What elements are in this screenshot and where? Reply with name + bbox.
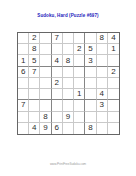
- cell-r1c7[interactable]: [85, 33, 96, 44]
- cell-r7c2[interactable]: [29, 100, 40, 111]
- cell-r7c3[interactable]: [40, 100, 51, 111]
- cell-r3c9[interactable]: [108, 55, 119, 66]
- cell-r6c4[interactable]: [52, 89, 63, 100]
- given-digit: 8: [32, 45, 36, 53]
- cell-r9c3: 9: [40, 123, 51, 134]
- cell-r4c4[interactable]: [52, 67, 63, 78]
- given-digit: 1: [21, 57, 25, 65]
- given-digit: 2: [77, 45, 81, 53]
- given-digit: 3: [99, 101, 103, 109]
- cell-r1c9: 4: [108, 33, 119, 44]
- cell-r6c3[interactable]: [40, 89, 51, 100]
- cell-r2c6: 2: [74, 44, 85, 55]
- cell-r2c8[interactable]: [97, 44, 108, 55]
- given-digit: 6: [21, 68, 25, 76]
- cell-r1c4: 7: [52, 33, 63, 44]
- cell-r1c8: 8: [97, 33, 108, 44]
- cell-r2c7: 5: [85, 44, 96, 55]
- cell-r4c6[interactable]: [74, 67, 85, 78]
- given-digit: 8: [66, 57, 70, 65]
- given-digit: 5: [88, 45, 92, 53]
- cell-r5c6[interactable]: [74, 78, 85, 89]
- footer-url: www.PrintFreeSudoku.com: [0, 162, 136, 166]
- cell-r8c1[interactable]: [18, 112, 29, 123]
- cell-r2c5[interactable]: [63, 44, 74, 55]
- cell-r8c2[interactable]: [29, 112, 40, 123]
- cell-r9c5[interactable]: [63, 123, 74, 134]
- given-digit: 2: [111, 68, 115, 76]
- cell-r5c5[interactable]: [63, 78, 74, 89]
- sudoku-board: 278482511548367221473894968: [17, 32, 120, 135]
- cell-r1c3[interactable]: [40, 33, 51, 44]
- page-title: Sudoku, Hard (Puzzle #697): [0, 13, 136, 18]
- given-digit: 3: [88, 57, 92, 65]
- cell-r7c9[interactable]: [108, 100, 119, 111]
- cell-r9c9[interactable]: [108, 123, 119, 134]
- cell-r8c4[interactable]: [52, 112, 63, 123]
- cell-r4c1: 6: [18, 67, 29, 78]
- cell-r3c6[interactable]: [74, 55, 85, 66]
- given-digit: 4: [32, 124, 36, 132]
- cell-r3c4: 4: [52, 55, 63, 66]
- cell-r5c2[interactable]: [29, 78, 40, 89]
- cell-r8c7[interactable]: [85, 112, 96, 123]
- cell-r7c8: 3: [97, 100, 108, 111]
- cell-r9c6[interactable]: [74, 123, 85, 134]
- cell-r3c3[interactable]: [40, 55, 51, 66]
- cell-r6c5[interactable]: [63, 89, 74, 100]
- cell-r2c9: 1: [108, 44, 119, 55]
- cell-r8c3: 8: [40, 112, 51, 123]
- cell-r9c4: 6: [52, 123, 63, 134]
- cell-r1c2: 2: [29, 33, 40, 44]
- cell-r3c2: 5: [29, 55, 40, 66]
- cell-r6c2[interactable]: [29, 89, 40, 100]
- cell-r5c9[interactable]: [108, 78, 119, 89]
- cell-r8c8[interactable]: [97, 112, 108, 123]
- given-digit: 4: [111, 34, 115, 42]
- cell-r3c5: 8: [63, 55, 74, 66]
- cell-r7c4[interactable]: [52, 100, 63, 111]
- cell-r1c1[interactable]: [18, 33, 29, 44]
- cell-r6c9[interactable]: [108, 89, 119, 100]
- cell-r3c8[interactable]: [97, 55, 108, 66]
- cell-r2c1[interactable]: [18, 44, 29, 55]
- given-digit: 1: [77, 90, 81, 98]
- cell-r4c3[interactable]: [40, 67, 51, 78]
- cell-r4c5[interactable]: [63, 67, 74, 78]
- cell-r5c7[interactable]: [85, 78, 96, 89]
- given-digit: 5: [32, 57, 36, 65]
- cell-r8c6[interactable]: [74, 112, 85, 123]
- cell-r7c5[interactable]: [63, 100, 74, 111]
- cell-r4c8[interactable]: [97, 67, 108, 78]
- given-digit: 4: [55, 57, 59, 65]
- cell-r1c6[interactable]: [74, 33, 85, 44]
- cell-r8c5: 9: [63, 112, 74, 123]
- cell-r2c2: 8: [29, 44, 40, 55]
- given-digit: 8: [43, 113, 47, 121]
- given-digit: 1: [111, 45, 115, 53]
- cell-r4c9: 2: [108, 67, 119, 78]
- cell-r9c8[interactable]: [97, 123, 108, 134]
- cell-r6c6: 1: [74, 89, 85, 100]
- cell-r5c1[interactable]: [18, 78, 29, 89]
- given-digit: 4: [99, 90, 103, 98]
- cell-r9c7: 8: [85, 123, 96, 134]
- cell-r6c7[interactable]: [85, 89, 96, 100]
- cell-r7c7[interactable]: [85, 100, 96, 111]
- given-digit: 6: [55, 124, 59, 132]
- cell-r2c4[interactable]: [52, 44, 63, 55]
- given-digit: 8: [99, 34, 103, 42]
- cell-r2c3[interactable]: [40, 44, 51, 55]
- given-digit: 2: [32, 34, 36, 42]
- given-digit: 7: [21, 101, 25, 109]
- cell-r9c1[interactable]: [18, 123, 29, 134]
- cell-r5c3[interactable]: [40, 78, 51, 89]
- cell-r8c9[interactable]: [108, 112, 119, 123]
- cell-r4c7[interactable]: [85, 67, 96, 78]
- cell-r6c8: 4: [97, 89, 108, 100]
- given-digit: 8: [88, 124, 92, 132]
- given-digit: 9: [66, 113, 70, 121]
- given-digit: 7: [55, 34, 59, 42]
- cell-r9c2: 4: [29, 123, 40, 134]
- cell-r3c7: 3: [85, 55, 96, 66]
- cell-r7c1: 7: [18, 100, 29, 111]
- given-digit: 7: [32, 68, 36, 76]
- cell-r4c2: 7: [29, 67, 40, 78]
- cell-r5c8[interactable]: [97, 78, 108, 89]
- cell-r7c6[interactable]: [74, 100, 85, 111]
- cell-r5c4: 2: [52, 78, 63, 89]
- given-digit: 2: [55, 79, 59, 87]
- cell-r1c5[interactable]: [63, 33, 74, 44]
- cell-r3c1: 1: [18, 55, 29, 66]
- given-digit: 9: [43, 124, 47, 132]
- cell-r6c1[interactable]: [18, 89, 29, 100]
